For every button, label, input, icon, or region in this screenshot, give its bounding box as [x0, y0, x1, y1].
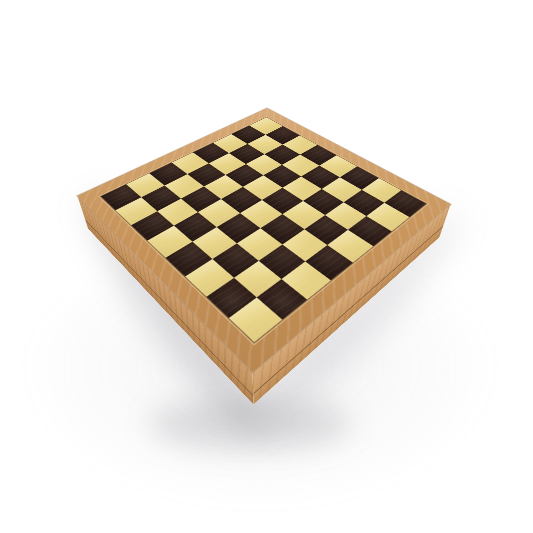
chessboard-box [77, 108, 450, 372]
square-e3 [217, 213, 260, 243]
square-h4 [306, 245, 353, 280]
square-d3 [198, 199, 240, 227]
square-h5 [328, 230, 374, 263]
square-b1 [115, 197, 156, 225]
square-h1 [229, 298, 282, 342]
square-h3 [282, 261, 331, 299]
square-f3 [237, 228, 282, 260]
square-g1 [206, 278, 257, 319]
square-c1 [131, 211, 174, 241]
square-g4 [282, 229, 327, 261]
square-g5 [304, 215, 348, 245]
board-frame [77, 108, 450, 372]
square-h2 [257, 279, 308, 320]
square-g2 [233, 260, 282, 298]
photo-canvas [0, 0, 533, 533]
square-g3 [259, 244, 306, 279]
chessboard-grid [101, 117, 426, 342]
square-e2 [192, 227, 237, 259]
square-h6 [348, 216, 392, 246]
square-f5 [282, 201, 324, 229]
square-f1 [185, 259, 233, 296]
scene [0, 0, 533, 533]
square-f4 [260, 214, 304, 244]
square-g6 [325, 202, 367, 230]
square-h7 [367, 203, 410, 231]
square-d1 [148, 226, 193, 258]
square-e1 [166, 242, 212, 276]
square-e4 [240, 200, 282, 228]
square-d2 [174, 212, 217, 242]
square-f2 [212, 243, 259, 278]
square-c2 [157, 198, 199, 226]
